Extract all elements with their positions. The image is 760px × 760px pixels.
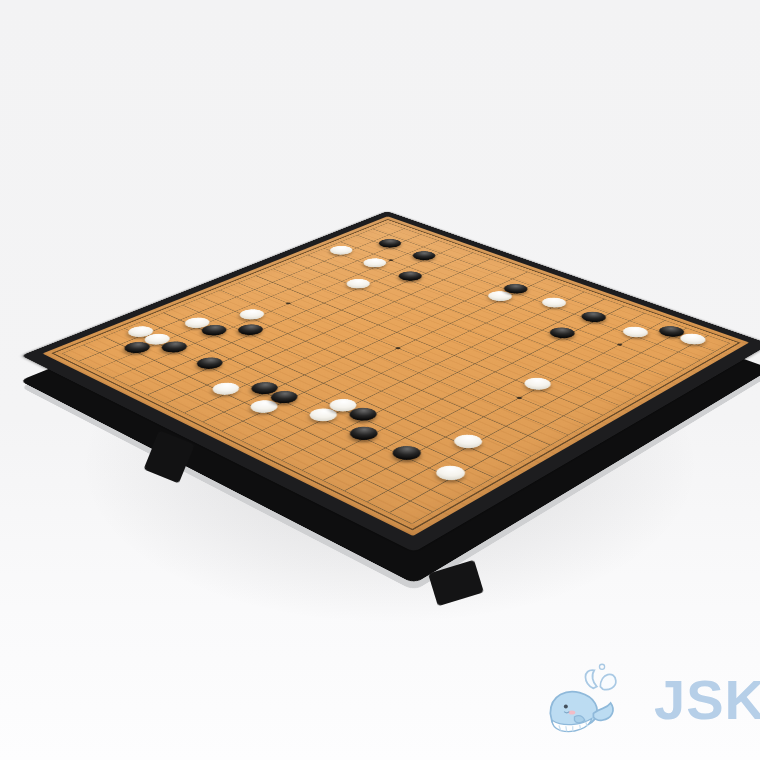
watermark: JSK — [540, 650, 755, 755]
product-photo: JSK — [0, 0, 760, 760]
watermark-text: JSK — [654, 672, 760, 728]
whale-logo-icon — [540, 653, 652, 753]
